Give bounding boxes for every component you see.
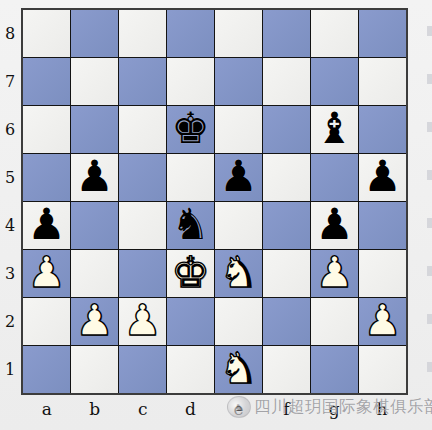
square-g3[interactable]: ♟ xyxy=(311,250,358,297)
square-c7[interactable] xyxy=(119,58,166,105)
square-d4[interactable]: ♞ xyxy=(167,202,214,249)
black-pawn-g4[interactable]: ♟ xyxy=(315,201,354,248)
chess-board: ♚♝♟♟♟♟♞♟♟♚♞♟♟♟♟♞ xyxy=(23,10,406,393)
rank-label-7: 7 xyxy=(0,58,20,106)
square-c4[interactable] xyxy=(119,202,166,249)
file-label-b: b xyxy=(71,396,119,422)
file-label-h: h xyxy=(358,396,406,422)
white-pawn-a3[interactable]: ♟ xyxy=(27,249,66,296)
white-pawn-g3[interactable]: ♟ xyxy=(315,249,354,296)
square-g8[interactable] xyxy=(311,10,358,57)
rank-label-4: 4 xyxy=(0,202,20,250)
square-h6[interactable] xyxy=(359,106,406,153)
square-f7[interactable] xyxy=(263,58,310,105)
file-labels: abcdefgh xyxy=(23,396,406,422)
square-f2[interactable] xyxy=(263,298,310,345)
white-pawn-c2[interactable]: ♟ xyxy=(123,297,162,344)
white-knight-e1[interactable]: ♞ xyxy=(219,345,258,392)
square-b5[interactable]: ♟ xyxy=(71,154,118,201)
black-bishop-g6[interactable]: ♝ xyxy=(315,105,354,152)
square-h5[interactable]: ♟ xyxy=(359,154,406,201)
square-e6[interactable] xyxy=(215,106,262,153)
square-h1[interactable] xyxy=(359,346,406,393)
square-d1[interactable] xyxy=(167,346,214,393)
chess-diagram: 87654321 ♚♝♟♟♟♟♞♟♟♚♞♟♟♟♟♞ abcdefgh ♞ 四川超… xyxy=(0,0,432,430)
square-g7[interactable] xyxy=(311,58,358,105)
square-f4[interactable] xyxy=(263,202,310,249)
rank-label-8: 8 xyxy=(0,10,20,58)
board-frame: ♚♝♟♟♟♟♞♟♟♚♞♟♟♟♟♞ xyxy=(21,8,408,395)
white-knight-e3[interactable]: ♞ xyxy=(219,249,258,296)
rank-label-6: 6 xyxy=(0,106,20,154)
square-a1[interactable] xyxy=(23,346,70,393)
square-g1[interactable] xyxy=(311,346,358,393)
black-pawn-a4[interactable]: ♟ xyxy=(27,201,66,248)
file-label-d: d xyxy=(167,396,215,422)
square-a6[interactable] xyxy=(23,106,70,153)
square-e7[interactable] xyxy=(215,58,262,105)
white-king-d3[interactable]: ♚ xyxy=(171,249,210,296)
rank-label-3: 3 xyxy=(0,249,20,297)
square-h7[interactable] xyxy=(359,58,406,105)
square-e3[interactable]: ♞ xyxy=(215,250,262,297)
black-king-d6[interactable]: ♚ xyxy=(171,105,210,152)
square-a4[interactable]: ♟ xyxy=(23,202,70,249)
square-d7[interactable] xyxy=(167,58,214,105)
square-h2[interactable]: ♟ xyxy=(359,298,406,345)
square-c3[interactable] xyxy=(119,250,166,297)
square-b3[interactable] xyxy=(71,250,118,297)
file-label-f: f xyxy=(262,396,310,422)
square-d8[interactable] xyxy=(167,10,214,57)
square-a7[interactable] xyxy=(23,58,70,105)
square-h8[interactable] xyxy=(359,10,406,57)
square-g5[interactable] xyxy=(311,154,358,201)
square-g4[interactable]: ♟ xyxy=(311,202,358,249)
file-label-c: c xyxy=(119,396,167,422)
rank-label-2: 2 xyxy=(0,297,20,345)
white-pawn-b2[interactable]: ♟ xyxy=(75,297,114,344)
square-c8[interactable] xyxy=(119,10,166,57)
rank-label-5: 5 xyxy=(0,154,20,202)
white-pawn-h2[interactable]: ♟ xyxy=(363,297,402,344)
square-e1[interactable]: ♞ xyxy=(215,346,262,393)
square-g6[interactable]: ♝ xyxy=(311,106,358,153)
cropped-edge-artifact xyxy=(427,26,432,396)
black-knight-d4[interactable]: ♞ xyxy=(171,201,210,248)
square-c2[interactable]: ♟ xyxy=(119,298,166,345)
file-label-g: g xyxy=(310,396,358,422)
square-c6[interactable] xyxy=(119,106,166,153)
square-d6[interactable]: ♚ xyxy=(167,106,214,153)
square-b4[interactable] xyxy=(71,202,118,249)
rank-labels: 87654321 xyxy=(0,10,20,393)
square-f3[interactable] xyxy=(263,250,310,297)
square-c5[interactable] xyxy=(119,154,166,201)
file-label-e: e xyxy=(215,396,263,422)
black-pawn-e5[interactable]: ♟ xyxy=(219,153,258,200)
square-e4[interactable] xyxy=(215,202,262,249)
square-c1[interactable] xyxy=(119,346,166,393)
square-f6[interactable] xyxy=(263,106,310,153)
square-b7[interactable] xyxy=(71,58,118,105)
square-e8[interactable] xyxy=(215,10,262,57)
square-d3[interactable]: ♚ xyxy=(167,250,214,297)
square-f1[interactable] xyxy=(263,346,310,393)
square-d5[interactable] xyxy=(167,154,214,201)
square-f8[interactable] xyxy=(263,10,310,57)
black-pawn-b5[interactable]: ♟ xyxy=(75,153,114,200)
square-b6[interactable] xyxy=(71,106,118,153)
square-a8[interactable] xyxy=(23,10,70,57)
square-f5[interactable] xyxy=(263,154,310,201)
square-d2[interactable] xyxy=(167,298,214,345)
square-a3[interactable]: ♟ xyxy=(23,250,70,297)
square-h3[interactable] xyxy=(359,250,406,297)
black-pawn-h5[interactable]: ♟ xyxy=(363,153,402,200)
file-label-a: a xyxy=(23,396,71,422)
square-a5[interactable] xyxy=(23,154,70,201)
square-g2[interactable] xyxy=(311,298,358,345)
square-h4[interactable] xyxy=(359,202,406,249)
square-b1[interactable] xyxy=(71,346,118,393)
square-b2[interactable]: ♟ xyxy=(71,298,118,345)
square-e2[interactable] xyxy=(215,298,262,345)
square-a2[interactable] xyxy=(23,298,70,345)
square-b8[interactable] xyxy=(71,10,118,57)
rank-label-1: 1 xyxy=(0,345,20,393)
square-e5[interactable]: ♟ xyxy=(215,154,262,201)
